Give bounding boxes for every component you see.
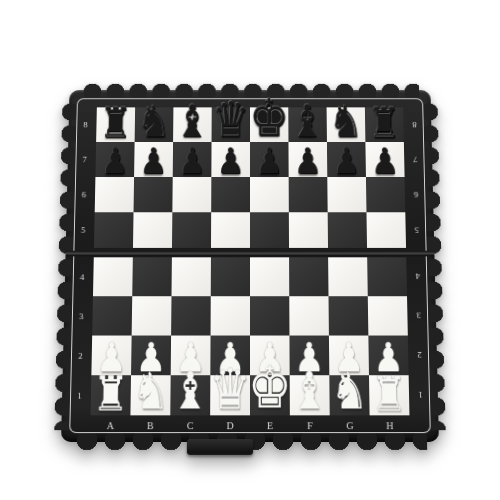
square-b5[interactable] (133, 212, 172, 248)
square-e4[interactable] (250, 257, 289, 296)
square-b1[interactable]: ♞ (130, 375, 170, 415)
piece-white-pawn: ♟ (215, 337, 245, 377)
piece-black-bishop: ♝ (290, 99, 325, 144)
square-a5[interactable] (94, 212, 134, 248)
square-d2[interactable]: ♟ (210, 336, 250, 376)
square-c3[interactable] (171, 296, 211, 335)
square-g7[interactable]: ♟ (327, 142, 366, 177)
square-a4[interactable] (93, 257, 133, 296)
file-label-d: D (210, 416, 250, 435)
piece-white-rook: ♜ (371, 370, 407, 418)
board-top-leaf: 8765 ♜♞♝♛♚♝♞♜♟♟♟♟♟♟♟♟ 8765 (71, 96, 428, 251)
square-d5[interactable] (211, 212, 250, 248)
piece-white-knight: ♞ (132, 367, 170, 417)
piece-black-rook: ♜ (368, 102, 401, 144)
square-h2[interactable]: ♟ (368, 336, 408, 376)
square-e6[interactable] (250, 177, 289, 212)
piece-black-queen: ♛ (212, 95, 250, 144)
file-label-e: E (250, 416, 290, 435)
rank-label-right-2: 2 (408, 336, 432, 376)
square-a7[interactable]: ♟ (95, 142, 134, 177)
square-e7[interactable]: ♟ (250, 142, 289, 177)
file-label-h: H (370, 416, 410, 435)
file-label-f: F (290, 416, 330, 435)
piece-black-bishop: ♝ (175, 99, 210, 144)
piece-white-knight: ♞ (330, 367, 368, 417)
piece-white-pawn: ♟ (136, 337, 167, 377)
square-f1[interactable]: ♝ (290, 375, 330, 415)
rank-labels-left-bottom: 4321 (68, 257, 94, 415)
rank-label-left-3: 3 (69, 296, 92, 335)
piece-black-knight: ♞ (137, 100, 171, 144)
square-f7[interactable]: ♟ (288, 142, 327, 177)
square-c8[interactable]: ♝ (173, 107, 212, 142)
rank-label-right-8: 8 (403, 107, 426, 142)
square-c5[interactable] (172, 212, 211, 248)
rank-label-left-2: 2 (69, 336, 93, 376)
square-g2[interactable]: ♟ (329, 336, 369, 376)
square-a2[interactable]: ♟ (91, 336, 131, 376)
square-f4[interactable] (289, 257, 328, 296)
square-h6[interactable] (366, 177, 405, 212)
square-d3[interactable] (211, 296, 250, 335)
piece-black-pawn: ♟ (371, 143, 399, 179)
board-bottom-leaf: 4321 ♟♟♟♟♟♟♟♟♜♞♝♛♚♝♞♜ 4321 ABCDEFGH (67, 256, 433, 436)
file-label-a: A (90, 416, 130, 435)
square-g1[interactable]: ♞ (329, 375, 369, 415)
square-h1[interactable]: ♜ (369, 375, 409, 415)
square-d6[interactable] (211, 177, 250, 212)
product-photo-canvas: 8765 ♜♞♝♛♚♝♞♜♟♟♟♟♟♟♟♟ 8765 4321 ♟♟♟♟♟♟♟♟… (0, 0, 500, 500)
square-f5[interactable] (289, 212, 328, 248)
square-f3[interactable] (289, 296, 329, 335)
piece-white-pawn: ♟ (373, 337, 404, 377)
rank-label-right-7: 7 (404, 142, 427, 177)
square-a3[interactable] (92, 296, 132, 335)
square-a6[interactable] (95, 177, 134, 212)
square-a1[interactable]: ♜ (91, 375, 131, 415)
file-label-b: B (130, 416, 170, 435)
file-label-c: C (170, 416, 210, 435)
piece-black-king: ♚ (250, 93, 289, 144)
square-g4[interactable] (328, 257, 368, 296)
square-b6[interactable] (134, 177, 173, 212)
piece-white-pawn: ♟ (334, 337, 365, 377)
piece-white-rook: ♜ (93, 370, 129, 418)
square-g5[interactable] (328, 212, 367, 248)
square-c2[interactable]: ♟ (171, 336, 211, 376)
square-e5[interactable] (250, 212, 289, 248)
rank-labels-right-top: 8765 (403, 107, 428, 248)
board-squares-bottom: ♟♟♟♟♟♟♟♟♜♞♝♛♚♝♞♜ (91, 257, 410, 415)
square-h7[interactable]: ♟ (365, 142, 404, 177)
rank-label-left-5: 5 (72, 212, 95, 248)
piece-black-rook: ♜ (99, 102, 132, 144)
piece-white-pawn: ♟ (96, 337, 127, 377)
piece-black-pawn: ♟ (178, 143, 206, 179)
square-f6[interactable] (289, 177, 328, 212)
file-label-g: G (330, 416, 370, 435)
square-g3[interactable] (329, 296, 369, 335)
square-g8[interactable]: ♞ (327, 107, 366, 142)
board-tilt-wrapper: 8765 ♜♞♝♛♚♝♞♜♟♟♟♟♟♟♟♟ 8765 4321 ♟♟♟♟♟♟♟♟… (61, 90, 439, 442)
square-a8[interactable]: ♜ (96, 107, 135, 142)
square-g6[interactable] (327, 177, 366, 212)
piece-black-knight: ♞ (329, 100, 363, 144)
rank-label-right-5: 5 (405, 212, 428, 248)
rank-label-right-1: 1 (409, 375, 433, 415)
square-e2[interactable]: ♟ (250, 336, 290, 376)
square-d1[interactable]: ♛ (210, 375, 250, 415)
square-b8[interactable]: ♞ (135, 107, 174, 142)
square-h5[interactable] (366, 212, 406, 248)
square-b4[interactable] (132, 257, 172, 296)
square-e8[interactable]: ♚ (250, 107, 288, 142)
square-h3[interactable] (368, 296, 408, 335)
file-labels-row: ABCDEFGH (90, 416, 410, 435)
square-b3[interactable] (132, 296, 172, 335)
square-e1[interactable]: ♚ (250, 375, 290, 415)
piece-black-pawn: ♟ (217, 143, 244, 179)
piece-black-pawn: ♟ (333, 143, 361, 179)
rank-label-right-4: 4 (406, 257, 429, 296)
rank-labels-left-top: 8765 (72, 107, 97, 248)
rank-label-left-7: 7 (73, 142, 96, 177)
piece-black-pawn: ♟ (294, 143, 322, 179)
square-h8[interactable]: ♜ (365, 107, 404, 142)
square-c4[interactable] (171, 257, 210, 296)
piece-white-pawn: ♟ (294, 337, 324, 377)
clasp-tab (187, 439, 253, 455)
rank-label-left-8: 8 (74, 107, 97, 142)
square-d7[interactable]: ♟ (211, 142, 250, 177)
square-c1[interactable]: ♝ (170, 375, 210, 415)
square-d8[interactable]: ♛ (212, 107, 250, 142)
piece-white-pawn: ♟ (255, 337, 285, 377)
rank-label-right-3: 3 (407, 296, 430, 335)
square-h4[interactable] (367, 257, 407, 296)
square-d4[interactable] (211, 257, 250, 296)
square-f8[interactable]: ♝ (288, 107, 327, 142)
rank-labels-right-bottom: 4321 (406, 257, 432, 415)
piece-black-pawn: ♟ (256, 143, 283, 179)
board-squares-top: ♜♞♝♛♚♝♞♜♟♟♟♟♟♟♟♟ (94, 107, 406, 248)
rank-label-left-1: 1 (68, 375, 92, 415)
square-c7[interactable]: ♟ (173, 142, 212, 177)
square-b7[interactable]: ♟ (134, 142, 173, 177)
rank-label-left-6: 6 (72, 177, 95, 212)
folding-chess-case: 8765 ♜♞♝♛♚♝♞♜♟♟♟♟♟♟♟♟ 8765 4321 ♟♟♟♟♟♟♟♟… (61, 90, 439, 442)
square-f2[interactable]: ♟ (289, 336, 329, 376)
piece-white-pawn: ♟ (175, 337, 205, 377)
square-b2[interactable]: ♟ (131, 336, 171, 376)
piece-black-pawn: ♟ (101, 143, 129, 179)
square-c6[interactable] (172, 177, 211, 212)
rank-label-left-4: 4 (70, 257, 93, 296)
rank-label-right-6: 6 (405, 177, 428, 212)
piece-black-pawn: ♟ (140, 143, 168, 179)
square-e3[interactable] (250, 296, 289, 335)
